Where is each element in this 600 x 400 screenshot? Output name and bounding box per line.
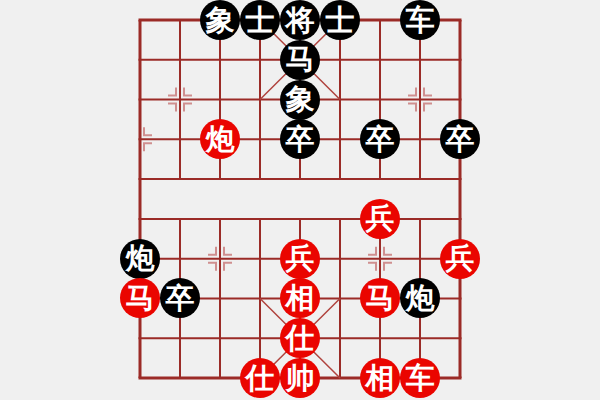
point-marker — [144, 127, 152, 135]
piece-red-advisor[interactable]: 仕 — [240, 358, 280, 398]
point-marker — [168, 88, 176, 96]
piece-red-cannon[interactable]: 炮 — [200, 119, 240, 159]
piece-red-general[interactable]: 帅 — [280, 358, 320, 398]
point-marker — [168, 104, 176, 112]
point-marker — [224, 247, 232, 255]
piece-black-chariot[interactable]: 车 — [400, 0, 440, 40]
piece-black-soldier[interactable]: 卒 — [160, 278, 200, 318]
piece-black-soldier[interactable]: 卒 — [440, 119, 480, 159]
point-marker — [408, 104, 416, 112]
point-marker — [368, 263, 376, 271]
piece-black-horse[interactable]: 马 — [280, 40, 320, 80]
point-marker — [144, 143, 152, 151]
point-marker — [208, 263, 216, 271]
point-marker — [184, 104, 192, 112]
piece-black-advisor[interactable]: 士 — [240, 0, 280, 40]
piece-red-soldier[interactable]: 兵 — [280, 239, 320, 279]
piece-red-chariot[interactable]: 车 — [400, 358, 440, 398]
point-marker — [224, 263, 232, 271]
piece-red-elephant[interactable]: 相 — [280, 278, 320, 318]
point-marker — [384, 263, 392, 271]
piece-black-elephant[interactable]: 象 — [280, 80, 320, 120]
piece-red-soldier[interactable]: 兵 — [360, 199, 400, 239]
piece-black-soldier[interactable]: 卒 — [360, 119, 400, 159]
piece-red-elephant[interactable]: 相 — [360, 358, 400, 398]
point-marker — [424, 104, 432, 112]
piece-black-soldier[interactable]: 卒 — [280, 119, 320, 159]
piece-black-general[interactable]: 将 — [280, 0, 320, 40]
piece-red-horse[interactable]: 马 — [120, 278, 160, 318]
piece-black-advisor[interactable]: 士 — [320, 0, 360, 40]
xiangqi-board: 象士将士车马象炮卒卒卒兵炮兵兵马卒相马炮仕仕帅相车 — [0, 0, 600, 400]
xiangqi-app: 象士将士车马象炮卒卒卒兵炮兵兵马卒相马炮仕仕帅相车 — [0, 0, 600, 400]
piece-red-horse[interactable]: 马 — [360, 278, 400, 318]
point-marker — [368, 247, 376, 255]
piece-black-cannon[interactable]: 炮 — [120, 239, 160, 279]
piece-black-cannon[interactable]: 炮 — [400, 278, 440, 318]
point-marker — [184, 88, 192, 96]
point-marker — [208, 247, 216, 255]
point-marker — [408, 88, 416, 96]
piece-red-soldier[interactable]: 兵 — [440, 239, 480, 279]
point-marker — [384, 247, 392, 255]
piece-black-elephant[interactable]: 象 — [200, 0, 240, 40]
point-marker — [424, 88, 432, 96]
piece-red-advisor[interactable]: 仕 — [280, 318, 320, 358]
